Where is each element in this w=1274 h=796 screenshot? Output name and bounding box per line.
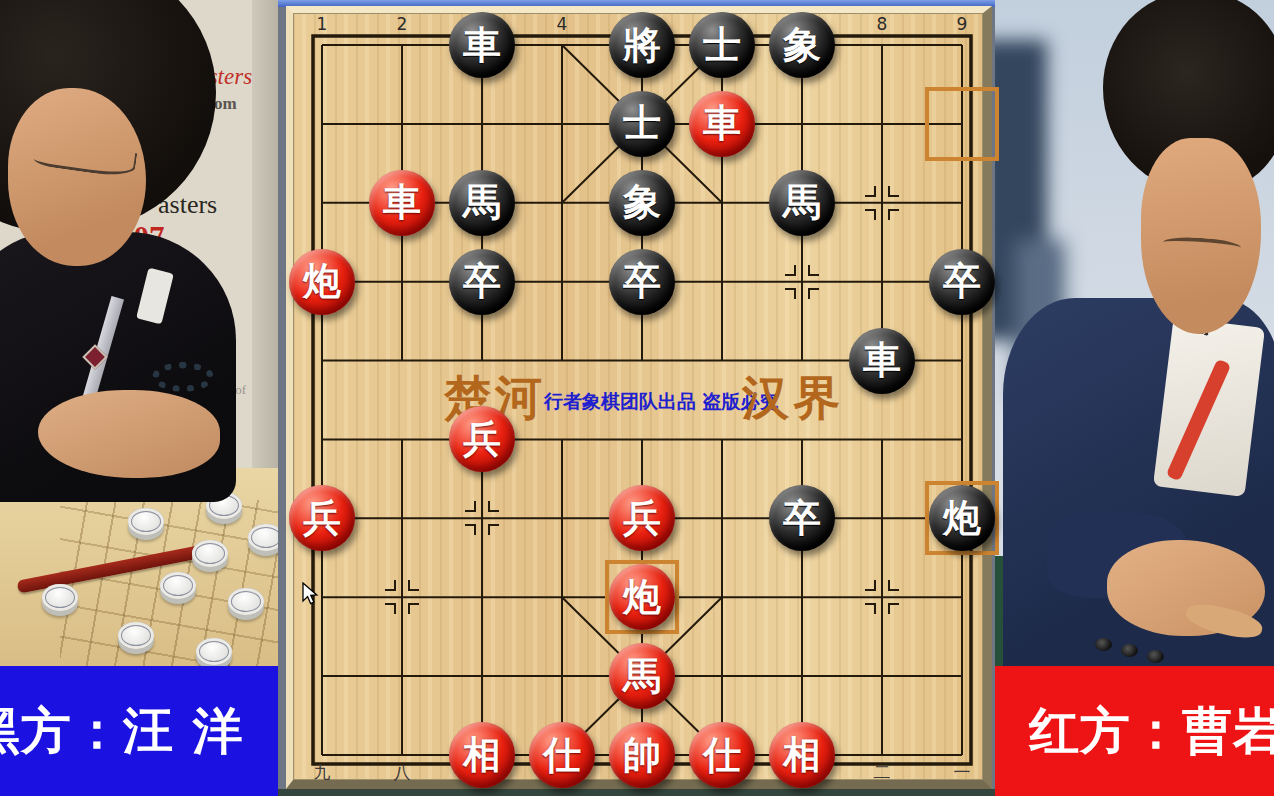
point-marker-corner bbox=[888, 209, 899, 220]
red-player-banner: 红方：曹岩 bbox=[995, 666, 1274, 796]
point-marker-corner bbox=[865, 186, 876, 197]
suit-button bbox=[1147, 650, 1164, 663]
point-marker-corner bbox=[808, 265, 819, 276]
physical-piece bbox=[196, 638, 232, 665]
piece-black-將[interactable]: 將 bbox=[609, 12, 675, 78]
file-label-bottom-8: 二 bbox=[874, 761, 891, 784]
piece-red-兵[interactable]: 兵 bbox=[449, 406, 515, 472]
point-marker-corner bbox=[465, 524, 476, 535]
piece-red-車[interactable]: 車 bbox=[369, 170, 435, 236]
point-marker-corner bbox=[888, 580, 899, 591]
file-label-top-2: 2 bbox=[397, 14, 408, 34]
piece-red-車[interactable]: 車 bbox=[689, 91, 755, 157]
physical-piece bbox=[128, 508, 164, 535]
point-marker-corner bbox=[888, 603, 899, 614]
piece-black-馬[interactable]: 馬 bbox=[769, 170, 835, 236]
red-player-name: 红方：曹岩 bbox=[1029, 666, 1274, 796]
mouse-cursor bbox=[300, 582, 320, 606]
physical-piece bbox=[42, 584, 78, 611]
piece-black-象[interactable]: 象 bbox=[769, 12, 835, 78]
physical-piece bbox=[118, 622, 154, 649]
piece-red-相[interactable]: 相 bbox=[769, 722, 835, 788]
file-label-top-9: 9 bbox=[957, 14, 968, 34]
player-face bbox=[8, 88, 146, 266]
file-label-bottom-2: 八 bbox=[394, 761, 411, 784]
point-marker-corner bbox=[385, 603, 396, 614]
suit-button bbox=[1095, 638, 1112, 651]
last-move-highlight bbox=[925, 87, 999, 161]
black-player-name: 黑方：汪 洋 bbox=[0, 666, 243, 796]
physical-piece bbox=[228, 588, 264, 615]
file-label-bottom-1: 九 bbox=[314, 761, 331, 784]
piece-red-仕[interactable]: 仕 bbox=[689, 722, 755, 788]
piece-red-兵[interactable]: 兵 bbox=[289, 485, 355, 551]
point-marker-corner bbox=[385, 580, 396, 591]
physical-piece bbox=[192, 540, 228, 567]
piece-red-相[interactable]: 相 bbox=[449, 722, 515, 788]
bead-bracelet bbox=[152, 362, 214, 392]
suit-button bbox=[1121, 644, 1138, 657]
file-label-top-8: 8 bbox=[877, 14, 888, 34]
xiangqi-board[interactable]: 楚河 行者象棋团队出品 盗版必究 汉界 123456789九八七六五四三二一車將… bbox=[286, 6, 992, 789]
point-marker-corner bbox=[465, 501, 476, 512]
point-marker-corner bbox=[408, 603, 419, 614]
point-marker-corner bbox=[865, 580, 876, 591]
river-label-right: 汉界 bbox=[742, 367, 844, 430]
physical-piece bbox=[160, 572, 196, 599]
piece-red-馬[interactable]: 馬 bbox=[609, 643, 675, 709]
piece-black-馬[interactable]: 馬 bbox=[449, 170, 515, 236]
point-marker-corner bbox=[488, 501, 499, 512]
piece-red-炮[interactable]: 炮 bbox=[289, 249, 355, 315]
piece-black-士[interactable]: 士 bbox=[689, 12, 755, 78]
point-marker-corner bbox=[888, 186, 899, 197]
board-area[interactable]: 楚河 行者象棋团队出品 盗版必究 汉界 123456789九八七六五四三二一車將… bbox=[322, 45, 962, 755]
piece-black-車[interactable]: 車 bbox=[449, 12, 515, 78]
physical-piece bbox=[248, 524, 278, 551]
file-label-top-4: 4 bbox=[557, 14, 568, 34]
point-marker-corner bbox=[488, 524, 499, 535]
piece-red-兵[interactable]: 兵 bbox=[609, 485, 675, 551]
piece-black-卒[interactable]: 卒 bbox=[609, 249, 675, 315]
piece-black-士[interactable]: 士 bbox=[609, 91, 675, 157]
piece-black-象[interactable]: 象 bbox=[609, 170, 675, 236]
piece-black-炮[interactable]: 炮 bbox=[929, 485, 995, 551]
point-marker-corner bbox=[408, 580, 419, 591]
point-marker-corner bbox=[865, 603, 876, 614]
board-region: 楚河 行者象棋团队出品 盗版必究 汉界 123456789九八七六五四三二一車將… bbox=[278, 0, 995, 796]
piece-black-卒[interactable]: 卒 bbox=[449, 249, 515, 315]
file-label-top-1: 1 bbox=[317, 14, 328, 34]
piece-black-卒[interactable]: 卒 bbox=[929, 249, 995, 315]
point-marker-corner bbox=[808, 288, 819, 299]
point-marker-corner bbox=[865, 209, 876, 220]
black-player-banner: 黑方：汪 洋 bbox=[0, 666, 278, 796]
piece-black-卒[interactable]: 卒 bbox=[769, 485, 835, 551]
point-marker-corner bbox=[785, 288, 796, 299]
piece-black-車[interactable]: 車 bbox=[849, 328, 915, 394]
piece-red-帥[interactable]: 帥 bbox=[609, 722, 675, 788]
file-label-bottom-9: 一 bbox=[954, 761, 971, 784]
broadcast-frame: Masters rs com asters 007 er of bbox=[0, 0, 1274, 796]
bottom-dark-strip bbox=[278, 789, 995, 796]
piece-red-仕[interactable]: 仕 bbox=[529, 722, 595, 788]
point-marker-corner bbox=[785, 265, 796, 276]
piece-red-炮[interactable]: 炮 bbox=[609, 564, 675, 630]
